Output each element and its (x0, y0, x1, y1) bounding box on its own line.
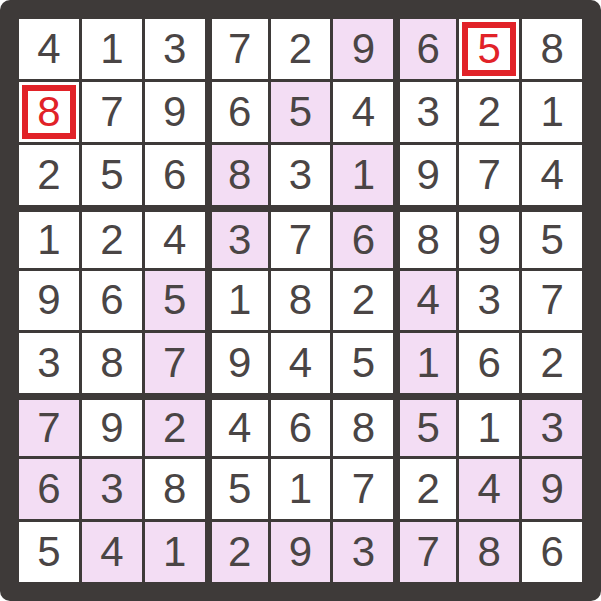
cell-r3c4[interactable]: 8 (208, 145, 268, 205)
cell-r7c7[interactable]: 5 (396, 396, 456, 456)
cell-r3c2[interactable]: 5 (82, 145, 142, 205)
cell-r5c7[interactable]: 4 (396, 271, 456, 331)
cell-r4c3[interactable]: 4 (145, 208, 205, 268)
cell-r2c6[interactable]: 4 (333, 82, 393, 142)
cell-r6c7[interactable]: 1 (396, 333, 456, 393)
cell-r2c2[interactable]: 7 (82, 82, 142, 142)
cell-r1c4[interactable]: 7 (208, 19, 268, 79)
cell-r4c8[interactable]: 9 (459, 208, 519, 268)
cell-r8c1[interactable]: 6 (19, 459, 79, 519)
cell-r3c7[interactable]: 9 (396, 145, 456, 205)
cell-r9c3[interactable]: 1 (145, 522, 205, 582)
cell-r3c6[interactable]: 1 (333, 145, 393, 205)
cell-r4c5[interactable]: 7 (271, 208, 331, 268)
cell-r6c8[interactable]: 6 (459, 333, 519, 393)
cell-r4c4[interactable]: 3 (208, 208, 268, 268)
cell-r6c2[interactable]: 8 (82, 333, 142, 393)
cell-r6c5[interactable]: 4 (271, 333, 331, 393)
cell-r5c9[interactable]: 7 (522, 271, 582, 331)
cell-r4c7[interactable]: 8 (396, 208, 456, 268)
cell-r7c6[interactable]: 8 (333, 396, 393, 456)
cell-r7c2[interactable]: 9 (82, 396, 142, 456)
cell-r6c6[interactable]: 5 (333, 333, 393, 393)
cell-r8c3[interactable]: 8 (145, 459, 205, 519)
cell-r1c2[interactable]: 1 (82, 19, 142, 79)
cell-r2c7[interactable]: 3 (396, 82, 456, 142)
cell-r5c4[interactable]: 1 (208, 271, 268, 331)
cell-r7c8[interactable]: 1 (459, 396, 519, 456)
cell-r1c1[interactable]: 4 (19, 19, 79, 79)
cell-r1c5[interactable]: 2 (271, 19, 331, 79)
cell-r6c1[interactable]: 3 (19, 333, 79, 393)
cell-r8c5[interactable]: 1 (271, 459, 331, 519)
cell-r6c4[interactable]: 9 (208, 333, 268, 393)
cell-r8c7[interactable]: 2 (396, 459, 456, 519)
cell-r9c5[interactable]: 9 (271, 522, 331, 582)
cell-r2c8[interactable]: 2 (459, 82, 519, 142)
cell-r6c3[interactable]: 7 (145, 333, 205, 393)
cell-r8c6[interactable]: 7 (333, 459, 393, 519)
cell-r3c8[interactable]: 7 (459, 145, 519, 205)
cell-r3c5[interactable]: 3 (271, 145, 331, 205)
sudoku-board: 4137296588796543212568319741243768959651… (0, 0, 601, 601)
cell-r4c2[interactable]: 2 (82, 208, 142, 268)
cell-r9c8[interactable]: 8 (459, 522, 519, 582)
cell-r1c9[interactable]: 8 (522, 19, 582, 79)
cell-r3c3[interactable]: 6 (145, 145, 205, 205)
sudoku-grid: 4137296588796543212568319741243768959651… (19, 19, 582, 582)
cell-r2c5[interactable]: 5 (271, 82, 331, 142)
cell-r4c1[interactable]: 1 (19, 208, 79, 268)
cell-r4c9[interactable]: 5 (522, 208, 582, 268)
cell-r5c3[interactable]: 5 (145, 271, 205, 331)
cell-r5c1[interactable]: 9 (19, 271, 79, 331)
cell-r2c1[interactable]: 8 (19, 82, 79, 142)
cell-r7c4[interactable]: 4 (208, 396, 268, 456)
cell-r9c7[interactable]: 7 (396, 522, 456, 582)
cell-r9c1[interactable]: 5 (19, 522, 79, 582)
cell-r7c3[interactable]: 2 (145, 396, 205, 456)
cell-r5c5[interactable]: 8 (271, 271, 331, 331)
cell-r2c3[interactable]: 9 (145, 82, 205, 142)
cell-r7c5[interactable]: 6 (271, 396, 331, 456)
cell-r7c1[interactable]: 7 (19, 396, 79, 456)
cell-r5c6[interactable]: 2 (333, 271, 393, 331)
cell-r9c2[interactable]: 4 (82, 522, 142, 582)
cell-r8c2[interactable]: 3 (82, 459, 142, 519)
cell-r3c1[interactable]: 2 (19, 145, 79, 205)
cell-r9c9[interactable]: 6 (522, 522, 582, 582)
cell-r1c8[interactable]: 5 (459, 19, 519, 79)
cell-r5c8[interactable]: 3 (459, 271, 519, 331)
cell-r8c8[interactable]: 4 (459, 459, 519, 519)
cell-r3c9[interactable]: 4 (522, 145, 582, 205)
cell-r4c6[interactable]: 6 (333, 208, 393, 268)
cell-r2c9[interactable]: 1 (522, 82, 582, 142)
cell-r5c2[interactable]: 6 (82, 271, 142, 331)
cell-r8c4[interactable]: 5 (208, 459, 268, 519)
cell-r8c9[interactable]: 9 (522, 459, 582, 519)
cell-r1c7[interactable]: 6 (396, 19, 456, 79)
cell-r1c6[interactable]: 9 (333, 19, 393, 79)
cell-r9c4[interactable]: 2 (208, 522, 268, 582)
cell-r7c9[interactable]: 3 (522, 396, 582, 456)
cell-r1c3[interactable]: 3 (145, 19, 205, 79)
cell-r6c9[interactable]: 2 (522, 333, 582, 393)
cell-r9c6[interactable]: 3 (333, 522, 393, 582)
cell-r2c4[interactable]: 6 (208, 82, 268, 142)
